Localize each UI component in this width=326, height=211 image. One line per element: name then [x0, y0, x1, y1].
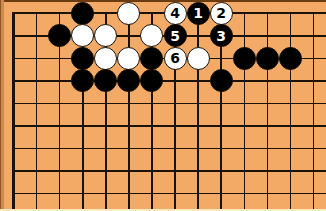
- white-stone: [117, 47, 140, 70]
- black-stone: [256, 47, 279, 70]
- white-stone: [94, 47, 117, 70]
- black-stone: [71, 69, 94, 92]
- black-stone-move-1: 1: [187, 2, 210, 25]
- white-stone: [71, 24, 94, 47]
- black-stone: [48, 24, 71, 47]
- black-stone: [94, 69, 117, 92]
- board-frame-top: [0, 0, 326, 2]
- black-stone: [233, 47, 256, 70]
- black-stone: [117, 69, 140, 92]
- white-stone: [187, 47, 210, 70]
- board-frame-bottom: [0, 209, 326, 211]
- black-stone: [279, 47, 302, 70]
- black-stone-move-3: 3: [210, 24, 233, 47]
- go-board: 412536: [2, 2, 325, 205]
- black-stone: [71, 2, 94, 25]
- white-stone: [117, 2, 140, 25]
- board-frame-left: [0, 0, 4, 211]
- black-stone-move-5: 5: [164, 24, 187, 47]
- black-stone: [140, 69, 163, 92]
- white-stone: [94, 24, 117, 47]
- white-stone-move-6: 6: [164, 47, 187, 70]
- black-stone: [210, 69, 233, 92]
- white-stone: [140, 24, 163, 47]
- go-diagram: 412536: [0, 0, 326, 211]
- black-stone: [140, 47, 163, 70]
- white-stone-move-2: 2: [210, 2, 233, 25]
- black-stone: [71, 47, 94, 70]
- white-stone-move-4: 4: [164, 2, 187, 25]
